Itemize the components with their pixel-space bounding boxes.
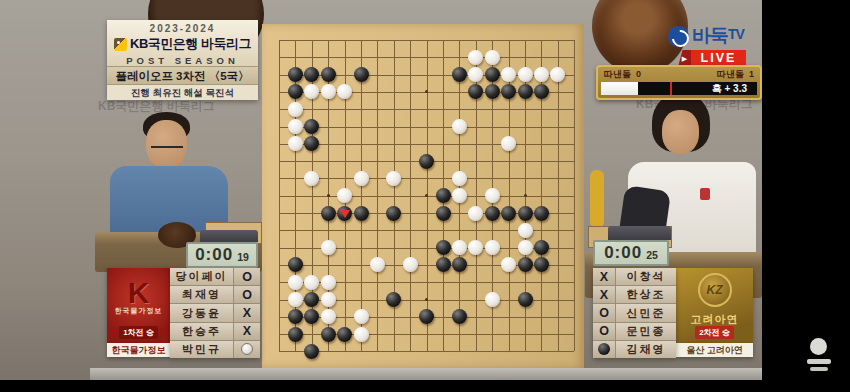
black-stone-16-14 [518,257,533,272]
white-stone-4-13 [321,240,336,255]
white-stone-12-13 [452,240,467,255]
black-stone-11-13 [436,240,451,255]
player-mark-cell: O [233,286,260,303]
black-stone-4-3 [321,67,336,82]
white-stone-14-2 [485,50,500,65]
black-stone-2-3 [288,67,303,82]
player-mark-cell: X [233,304,260,321]
roster-row: 한승주X [170,323,260,341]
white-stone-15-14 [501,257,516,272]
white-stone-2-5 [288,102,303,117]
right-player [662,110,699,154]
player-mark-cell: X [593,268,616,285]
right-team-roster: X이창석X한상조O신민준O문민종김채영 [593,268,676,358]
black-stone-2-14 [288,257,303,272]
white-stone-16-3 [518,67,533,82]
white-stone-12-10 [452,188,467,203]
white-stone-2-16 [288,292,303,307]
black-stone-2-17 [288,309,303,324]
roster-row: 당이페이O [170,268,260,286]
black-stone-15-11 [501,206,516,221]
black-stone-icon [598,343,610,355]
right-clock: 0:00 25 [593,240,669,266]
result-mark: X [243,306,251,320]
player-name: 문민종 [616,323,676,340]
staff-label: 진행 최유진 해설 목진석 [107,85,258,100]
white-stone-16-12 [518,223,533,238]
roster-row: 박민규 [170,341,260,358]
baduktv-icon [668,26,689,47]
letterbox-bottom [0,380,850,392]
white-stone-6-17 [354,309,369,324]
white-stone-7-14 [370,257,385,272]
corner-emblem [803,338,835,378]
broadcast-frame: KB국민은행 바둑리그 KB국민은행 바둑리그 [0,0,850,392]
white-stone-13-3 [468,67,483,82]
last-move-marker [340,210,350,218]
right-clock-time: 0:00 [604,243,642,263]
black-stone-3-19 [304,344,319,359]
white-stone-icon [241,343,253,355]
white-stone-4-17 [321,309,336,324]
black-stone-3-7 [304,136,319,151]
season-label: 2023-2024 [107,23,258,34]
left-clock: 0:00 19 [186,242,258,268]
result-mark: X [243,324,251,338]
white-stone-3-4 [304,84,319,99]
black-stone-16-11 [518,206,533,221]
white-stone-3-9 [304,171,319,186]
black-stone-2-18 [288,327,303,342]
captures-left: 따낸돌 0 [604,68,641,81]
black-stone-17-14 [534,257,549,272]
player-mark-cell: X [233,323,260,340]
tournament-title: KB국민은행 바둑리그 [130,35,251,53]
white-stone-18-3 [550,67,565,82]
kb-bank-icon [114,38,127,51]
black-stone-13-4 [468,84,483,99]
player-name: 강동윤 [170,304,233,321]
black-stone-6-11 [354,206,369,221]
go-board [262,24,584,368]
black-stone-2-4 [288,84,303,99]
black-stone-5-18 [337,327,352,342]
white-stone-13-13 [468,240,483,255]
black-stone-6-3 [354,67,369,82]
black-stone-14-4 [485,84,500,99]
left-team-footer: 한국물가정보 [107,343,170,357]
white-stone-4-15 [321,275,336,290]
roster-row: O신민준 [593,304,676,322]
white-stone-4-16 [321,292,336,307]
black-stone-14-11 [485,206,500,221]
result-mark: X [600,288,608,302]
player-name: 최재영 [170,286,233,303]
left-clock-housing [200,230,258,242]
black-stone-5-11 [337,206,352,221]
left-team-emblem: K [107,276,170,310]
white-stone-17-3 [534,67,549,82]
player-mark-cell [233,341,260,358]
black-stone-10-17 [419,309,434,324]
black-stone-3-6 [304,119,319,134]
score-panel: 따낸돌 0 따낸돌 1 흑 + 3.3 [596,65,762,100]
estimate-bar: 흑 + 3.3 [601,82,757,95]
star-point [425,90,428,93]
player-name: 한승주 [170,323,233,340]
left-clock-time: 0:00 [195,245,233,265]
result-mark: O [599,324,609,338]
white-stone-6-18 [354,327,369,342]
black-stone-4-18 [321,327,336,342]
player-name: 당이페이 [170,268,233,285]
right-clock-byoyomi: 25 [646,249,658,264]
black-stone-17-13 [534,240,549,255]
white-stone-13-11 [468,206,483,221]
white-stone-2-15 [288,275,303,290]
captures-right: 따낸돌 1 [717,68,754,81]
left-team-roster: 당이페이O최재영O강동윤X한승주X박민규 [170,268,260,358]
channel-logo: 바둑TV [668,24,754,48]
right-team-win-badge: 2차전 승 [695,326,734,339]
star-point [327,194,330,197]
black-stone-16-16 [518,292,533,307]
pillarbox-right [762,0,850,392]
left-team-win-badge: 1차전 승 [119,326,158,339]
white-stone-3-15 [304,275,319,290]
left-team-name: 한국물가정보 [107,306,170,316]
white-stone-4-4 [321,84,336,99]
estimate-value: 흑 + 3.3 [712,82,747,95]
white-stone-16-13 [518,240,533,255]
player-name: 한상조 [616,286,676,303]
white-stone-13-2 [468,50,483,65]
post-season-label: POST SEASON [107,55,258,66]
white-stone-5-4 [337,84,352,99]
white-stone-5-10 [337,188,352,203]
player-mark-cell: O [593,304,616,321]
left-team-panel: K 한국물가정보 1차전 승 [107,268,170,343]
player-name: 박민규 [170,341,233,358]
black-stone-15-4 [501,84,516,99]
white-stone-15-7 [501,136,516,151]
white-stone-12-9 [452,171,467,186]
player-mark-cell: X [593,286,616,303]
estimate-bar-white [601,82,638,95]
right-team-emblem: KZ [698,273,732,307]
tournament-header: 2023-2024 KB국민은행 바둑리그 POST SEASON 플레이오프 … [107,20,258,100]
white-stone-2-7 [288,136,303,151]
roster-row: X한상조 [593,286,676,304]
black-stone-14-3 [485,67,500,82]
black-stone-3-17 [304,309,319,324]
player-mark-cell [593,341,616,358]
black-stone-11-10 [436,188,451,203]
result-mark: X [600,270,608,284]
round-label: 플레이오프 3차전 〈5국〉 [107,67,258,85]
white-stone-2-6 [288,119,303,134]
white-stone-9-14 [403,257,418,272]
roster-row: 강동윤X [170,304,260,322]
channel-name: 바둑TV [692,23,744,49]
right-team-footer: 울산 고려아연 [676,343,753,357]
player-name: 이창석 [616,268,676,285]
black-stone-12-14 [452,257,467,272]
black-stone-8-11 [386,206,401,221]
left-clock-byoyomi: 19 [237,251,249,266]
right-team-name: 고려아연 [676,312,753,327]
black-stone-17-11 [534,206,549,221]
roster-row: 최재영O [170,286,260,304]
roster-row: O문민종 [593,323,676,341]
star-point [524,194,527,197]
black-stone-17-4 [534,84,549,99]
result-mark: O [242,288,252,302]
player-name: 김채영 [616,341,676,358]
left-player-glasses [151,141,183,148]
black-stone-16-4 [518,84,533,99]
white-stone-14-10 [485,188,500,203]
player-mark-cell: O [233,268,260,285]
right-player-badge [700,188,710,200]
right-clock-housing [608,226,671,240]
black-stone-8-16 [386,292,401,307]
black-stone-11-11 [436,206,451,221]
star-point [425,194,428,197]
white-stone-15-3 [501,67,516,82]
star-point [425,298,428,301]
black-stone-4-11 [321,206,336,221]
studio-prop [590,170,604,228]
player-mark-cell: O [593,323,616,340]
estimate-bar-marker [670,82,672,95]
black-stone-12-3 [452,67,467,82]
black-stone-10-8 [419,154,434,169]
result-mark: O [242,270,252,284]
tournament-header-main: 2023-2024 KB국민은행 바둑리그 POST SEASON [107,20,258,67]
white-stone-6-9 [354,171,369,186]
right-team-panel: KZ 고려아연 2차전 승 [676,268,753,343]
black-stone-12-17 [452,309,467,324]
black-stone-3-3 [304,67,319,82]
result-mark: O [599,306,609,320]
white-stone-14-13 [485,240,500,255]
roster-row: 김채영 [593,341,676,358]
white-stone-12-6 [452,119,467,134]
black-stone-11-14 [436,257,451,272]
player-name: 신민준 [616,304,676,321]
white-stone-8-9 [386,171,401,186]
black-stone-3-16 [304,292,319,307]
roster-row: X이창석 [593,268,676,286]
white-stone-14-16 [485,292,500,307]
table-edge [90,368,762,380]
